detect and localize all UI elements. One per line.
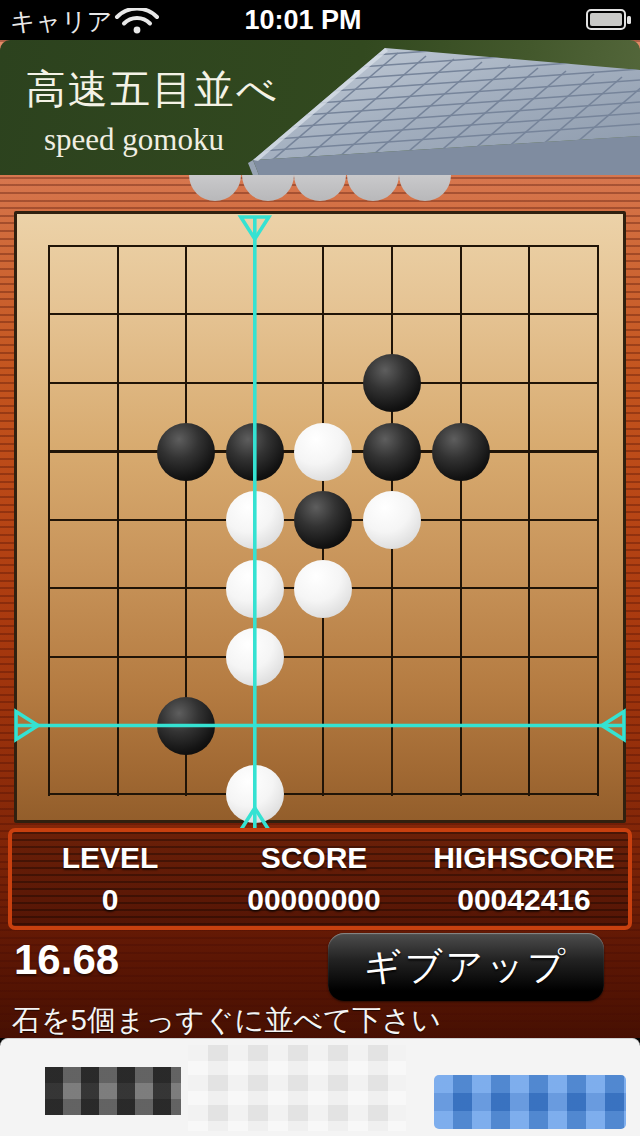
status-time: 10:01 PM (0, 5, 606, 36)
gomoku-board[interactable] (14, 211, 626, 823)
ad-cta-button-blurred[interactable] (434, 1075, 626, 1129)
highscore-value: 00042416 (420, 883, 628, 917)
ad-logo-blurred (45, 1067, 181, 1115)
highscore-label: HIGHSCORE (420, 841, 628, 875)
app-screen: キャリア 10:01 PM (0, 0, 640, 1136)
next-stone-icon (294, 175, 346, 201)
app-subtitle: speed gomoku (44, 122, 224, 158)
ad-banner[interactable] (0, 1038, 640, 1136)
score-value: 00000000 (208, 883, 420, 917)
ad-text-blurred (188, 1045, 406, 1131)
level-label: LEVEL (12, 841, 208, 875)
instruction-text: 石を5個まっすぐに並べて下さい (12, 1001, 441, 1041)
status-bar: キャリア 10:01 PM (0, 0, 640, 40)
giveup-button-label: ギブアップ (364, 942, 568, 992)
next-stone-icon (399, 175, 451, 201)
score-label: SCORE (208, 841, 420, 875)
next-stone-icon (189, 175, 241, 201)
level-value: 0 (12, 883, 208, 917)
app-title: 高速五目並べ (26, 62, 279, 117)
next-stone-icon (242, 175, 294, 201)
header-banner: 高速五目並べ speed gomoku (0, 40, 640, 175)
scoreboard-values: 0 00000000 00042416 (12, 883, 628, 917)
giveup-button[interactable]: ギブアップ (328, 933, 604, 1001)
battery-icon (586, 9, 632, 31)
scoreboard-labels: LEVEL SCORE HIGHSCORE (12, 841, 628, 875)
countdown-timer: 16.68 (14, 936, 119, 984)
scoreboard: LEVEL SCORE HIGHSCORE 0 00000000 0004241… (8, 828, 632, 930)
next-stones-row (0, 175, 640, 202)
next-stone-icon (347, 175, 399, 201)
cursor-crosshair (17, 214, 623, 820)
